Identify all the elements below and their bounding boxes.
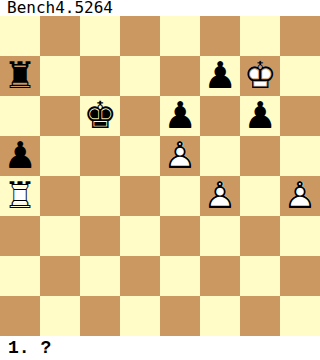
square-d2[interactable]: [120, 256, 160, 296]
square-e6[interactable]: ♟: [160, 96, 200, 136]
square-a3[interactable]: [0, 216, 40, 256]
square-g5[interactable]: [240, 136, 280, 176]
square-e2[interactable]: [160, 256, 200, 296]
square-f2[interactable]: [200, 256, 240, 296]
square-a4[interactable]: ♜♖: [0, 176, 40, 216]
square-c5[interactable]: [80, 136, 120, 176]
square-g8[interactable]: [240, 16, 280, 56]
square-b7[interactable]: [40, 56, 80, 96]
white-pawn: ♟♙: [200, 176, 240, 216]
square-e5[interactable]: ♟♙: [160, 136, 200, 176]
square-a5[interactable]: ♟: [0, 136, 40, 176]
square-f5[interactable]: [200, 136, 240, 176]
square-b8[interactable]: [40, 16, 80, 56]
square-f3[interactable]: [200, 216, 240, 256]
square-d6[interactable]: [120, 96, 160, 136]
square-g7[interactable]: ♚♔: [240, 56, 280, 96]
white-king: ♚♔: [240, 56, 280, 96]
square-f6[interactable]: [200, 96, 240, 136]
square-e3[interactable]: [160, 216, 200, 256]
square-a8[interactable]: [0, 16, 40, 56]
square-e4[interactable]: [160, 176, 200, 216]
white-pawn: ♟♙: [280, 176, 320, 216]
square-f4[interactable]: ♟♙: [200, 176, 240, 216]
square-c1[interactable]: [80, 296, 120, 336]
square-d3[interactable]: [120, 216, 160, 256]
square-b4[interactable]: [40, 176, 80, 216]
square-e7[interactable]: [160, 56, 200, 96]
square-b6[interactable]: [40, 96, 80, 136]
square-h5[interactable]: [280, 136, 320, 176]
move-prompt: 1. ?: [0, 336, 320, 360]
square-a2[interactable]: [0, 256, 40, 296]
square-g4[interactable]: [240, 176, 280, 216]
square-c4[interactable]: [80, 176, 120, 216]
square-d4[interactable]: [120, 176, 160, 216]
square-c8[interactable]: [80, 16, 120, 56]
square-d1[interactable]: [120, 296, 160, 336]
square-g3[interactable]: [240, 216, 280, 256]
square-c7[interactable]: [80, 56, 120, 96]
square-g1[interactable]: [240, 296, 280, 336]
black-king: ♚: [80, 96, 120, 136]
black-pawn: ♟: [160, 96, 200, 136]
square-b1[interactable]: [40, 296, 80, 336]
square-a6[interactable]: [0, 96, 40, 136]
square-b5[interactable]: [40, 136, 80, 176]
square-b3[interactable]: [40, 216, 80, 256]
black-pawn: ♟: [240, 96, 280, 136]
black-pawn: ♟: [200, 56, 240, 96]
white-pawn: ♟♙: [160, 136, 200, 176]
square-h4[interactable]: ♟♙: [280, 176, 320, 216]
square-h1[interactable]: [280, 296, 320, 336]
square-h7[interactable]: [280, 56, 320, 96]
black-pawn: ♟: [0, 136, 40, 176]
window-title: Bench4.5264: [0, 0, 320, 16]
black-rook: ♜: [0, 56, 40, 96]
square-b2[interactable]: [40, 256, 80, 296]
square-d5[interactable]: [120, 136, 160, 176]
square-h8[interactable]: [280, 16, 320, 56]
square-f7[interactable]: ♟: [200, 56, 240, 96]
square-g2[interactable]: [240, 256, 280, 296]
square-f8[interactable]: [200, 16, 240, 56]
chess-board: ♜♟♚♔♚♟♟♟♟♙♜♖♟♙♟♙: [0, 16, 320, 336]
square-c2[interactable]: [80, 256, 120, 296]
square-e1[interactable]: [160, 296, 200, 336]
white-rook: ♜♖: [0, 176, 40, 216]
square-f1[interactable]: [200, 296, 240, 336]
square-h6[interactable]: [280, 96, 320, 136]
square-c3[interactable]: [80, 216, 120, 256]
square-h3[interactable]: [280, 216, 320, 256]
square-d7[interactable]: [120, 56, 160, 96]
square-h2[interactable]: [280, 256, 320, 296]
square-c6[interactable]: ♚: [80, 96, 120, 136]
square-a7[interactable]: ♜: [0, 56, 40, 96]
square-d8[interactable]: [120, 16, 160, 56]
square-a1[interactable]: [0, 296, 40, 336]
square-e8[interactable]: [160, 16, 200, 56]
square-g6[interactable]: ♟: [240, 96, 280, 136]
